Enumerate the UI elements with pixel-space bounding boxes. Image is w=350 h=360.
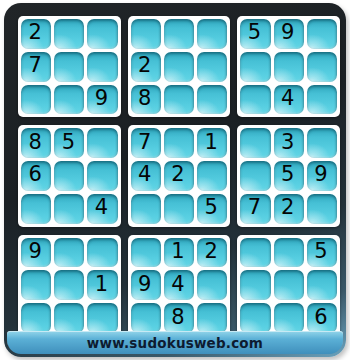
- cell-r5c9[interactable]: 9: [307, 161, 337, 191]
- cell-r5c4[interactable]: 4: [131, 161, 161, 191]
- given-digit: 9: [314, 164, 327, 185]
- given-digit: 5: [281, 164, 294, 185]
- cell-r3c2[interactable]: [54, 85, 84, 115]
- cell-r1c4[interactable]: [131, 19, 161, 49]
- given-digit: 2: [281, 197, 294, 218]
- cell-r5c2[interactable]: [54, 161, 84, 191]
- given-digit: 5: [62, 132, 75, 153]
- cell-r6c3[interactable]: 4: [87, 194, 117, 224]
- box-3-1: 91: [18, 235, 121, 336]
- given-digit: 6: [314, 307, 327, 328]
- cell-r9c4[interactable]: [131, 303, 161, 333]
- cell-r2c5[interactable]: [164, 52, 194, 82]
- given-digit: 4: [171, 274, 184, 295]
- cell-r8c1[interactable]: [21, 270, 51, 300]
- cell-r6c7[interactable]: 7: [240, 194, 270, 224]
- cell-r5c8[interactable]: 5: [274, 161, 304, 191]
- given-digit: 9: [95, 88, 108, 109]
- cell-r4c7[interactable]: [240, 128, 270, 158]
- cell-r3c1[interactable]: [21, 85, 51, 115]
- box-3-3: 56: [237, 235, 340, 336]
- cell-r1c1[interactable]: 2: [21, 19, 51, 49]
- board: 2792859485647142535972911294856: [18, 16, 340, 336]
- cell-r4c1[interactable]: 8: [21, 128, 51, 158]
- given-digit: 9: [281, 22, 294, 43]
- cell-r1c5[interactable]: [164, 19, 194, 49]
- given-digit: 2: [138, 55, 151, 76]
- site-url[interactable]: www.sudokusweb.com: [87, 335, 263, 351]
- box-1-1: 279: [18, 16, 121, 117]
- cell-r2c7[interactable]: [240, 52, 270, 82]
- cell-r5c3[interactable]: [87, 161, 117, 191]
- cell-r3c7[interactable]: [240, 85, 270, 115]
- cell-r4c6[interactable]: 1: [197, 128, 227, 158]
- cell-r8c3[interactable]: 1: [87, 270, 117, 300]
- given-digit: 9: [138, 274, 151, 295]
- board-frame: 2792859485647142535972911294856 www.sudo…: [4, 3, 346, 357]
- given-digit: 1: [171, 241, 184, 262]
- cell-r9c2[interactable]: [54, 303, 84, 333]
- cell-r2c6[interactable]: [197, 52, 227, 82]
- given-digit: 5: [205, 197, 218, 218]
- cell-r9c9[interactable]: 6: [307, 303, 337, 333]
- given-digit: 5: [314, 241, 327, 262]
- cell-r5c1[interactable]: 6: [21, 161, 51, 191]
- cell-r1c2[interactable]: [54, 19, 84, 49]
- cell-r4c8[interactable]: 3: [274, 128, 304, 158]
- cell-r8c2[interactable]: [54, 270, 84, 300]
- cell-r2c8[interactable]: [274, 52, 304, 82]
- cell-r9c1[interactable]: [21, 303, 51, 333]
- cell-r6c4[interactable]: [131, 194, 161, 224]
- cell-r9c3[interactable]: [87, 303, 117, 333]
- cell-r3c9[interactable]: [307, 85, 337, 115]
- cell-r2c1[interactable]: 7: [21, 52, 51, 82]
- cell-r7c5[interactable]: 1: [164, 238, 194, 268]
- given-digit: 6: [28, 164, 41, 185]
- cell-r3c3[interactable]: 9: [87, 85, 117, 115]
- given-digit: 2: [171, 164, 184, 185]
- given-digit: 9: [28, 241, 41, 262]
- given-digit: 3: [281, 132, 294, 153]
- given-digit: 8: [171, 307, 184, 328]
- box-2-2: 71425: [128, 125, 231, 226]
- cell-r4c2[interactable]: 5: [54, 128, 84, 158]
- cell-r5c5[interactable]: 2: [164, 161, 194, 191]
- cell-r5c7[interactable]: [240, 161, 270, 191]
- given-digit: 7: [28, 55, 41, 76]
- cell-r6c8[interactable]: 2: [274, 194, 304, 224]
- given-digit: 1: [205, 132, 218, 153]
- cell-r8c4[interactable]: 9: [131, 270, 161, 300]
- cell-r9c5[interactable]: 8: [164, 303, 194, 333]
- footer-band: www.sudokusweb.com: [7, 331, 343, 354]
- cell-r3c6[interactable]: [197, 85, 227, 115]
- cell-r9c6[interactable]: [197, 303, 227, 333]
- cell-r8c6[interactable]: [197, 270, 227, 300]
- cell-r4c4[interactable]: 7: [131, 128, 161, 158]
- given-digit: 7: [248, 197, 261, 218]
- cell-r7c9[interactable]: 5: [307, 238, 337, 268]
- cell-r2c4[interactable]: 2: [131, 52, 161, 82]
- box-2-1: 8564: [18, 125, 121, 226]
- cell-r2c9[interactable]: [307, 52, 337, 82]
- cell-r5c6[interactable]: [197, 161, 227, 191]
- cell-r1c7[interactable]: 5: [240, 19, 270, 49]
- given-digit: 4: [281, 88, 294, 109]
- cell-r6c6[interactable]: 5: [197, 194, 227, 224]
- cell-r4c3[interactable]: [87, 128, 117, 158]
- given-digit: 1: [95, 274, 108, 295]
- given-digit: 8: [28, 132, 41, 153]
- box-1-3: 594: [237, 16, 340, 117]
- given-digit: 7: [138, 132, 151, 153]
- cell-r7c1[interactable]: 9: [21, 238, 51, 268]
- box-1-2: 28: [128, 16, 231, 117]
- cell-r6c2[interactable]: [54, 194, 84, 224]
- cell-r6c1[interactable]: [21, 194, 51, 224]
- cell-r1c8[interactable]: 9: [274, 19, 304, 49]
- cell-r8c8[interactable]: [274, 270, 304, 300]
- given-digit: 8: [138, 88, 151, 109]
- cell-r8c9[interactable]: [307, 270, 337, 300]
- box-2-3: 35972: [237, 125, 340, 226]
- cell-r3c5[interactable]: [164, 85, 194, 115]
- given-digit: 2: [28, 22, 41, 43]
- given-digit: 2: [205, 241, 218, 262]
- box-3-2: 12948: [128, 235, 231, 336]
- cell-r7c8[interactable]: [274, 238, 304, 268]
- cell-r9c8[interactable]: [274, 303, 304, 333]
- cell-r8c7[interactable]: [240, 270, 270, 300]
- cell-r7c4[interactable]: [131, 238, 161, 268]
- given-digit: 4: [138, 164, 151, 185]
- cell-r9c7[interactable]: [240, 303, 270, 333]
- cell-r7c7[interactable]: [240, 238, 270, 268]
- cell-r1c9[interactable]: [307, 19, 337, 49]
- cell-r3c8[interactable]: 4: [274, 85, 304, 115]
- given-digit: 4: [95, 197, 108, 218]
- cell-r3c4[interactable]: 8: [131, 85, 161, 115]
- cell-r1c3[interactable]: [87, 19, 117, 49]
- cell-r7c3[interactable]: [87, 238, 117, 268]
- given-digit: 5: [248, 22, 261, 43]
- cell-r7c2[interactable]: [54, 238, 84, 268]
- cell-r4c5[interactable]: [164, 128, 194, 158]
- cell-r6c9[interactable]: [307, 194, 337, 224]
- cell-r4c9[interactable]: [307, 128, 337, 158]
- cell-r2c2[interactable]: [54, 52, 84, 82]
- cell-r8c5[interactable]: 4: [164, 270, 194, 300]
- cell-r6c5[interactable]: [164, 194, 194, 224]
- cell-r2c3[interactable]: [87, 52, 117, 82]
- cell-r7c6[interactable]: 2: [197, 238, 227, 268]
- cell-r1c6[interactable]: [197, 19, 227, 49]
